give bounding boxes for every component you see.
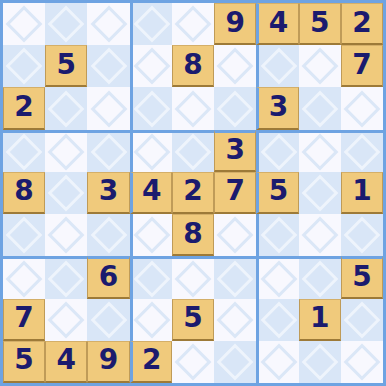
cell-r6c6[interactable] bbox=[214, 214, 256, 256]
given-digit: 5 bbox=[352, 263, 371, 293]
given-digit: 6 bbox=[99, 263, 118, 293]
cell-r3c5[interactable] bbox=[172, 87, 214, 129]
cell-r2c1[interactable] bbox=[3, 45, 45, 87]
cell-r4c1[interactable] bbox=[3, 130, 45, 172]
given-digit: 8 bbox=[14, 177, 33, 207]
diamond-icon bbox=[6, 217, 43, 254]
cell-r9c3: 9 bbox=[87, 341, 129, 383]
diamond-icon bbox=[48, 301, 85, 338]
cell-r2c6[interactable] bbox=[214, 45, 256, 87]
given-digit: 9 bbox=[225, 9, 244, 39]
diamond-icon bbox=[343, 301, 380, 338]
diamond-icon bbox=[217, 48, 254, 85]
cell-r7c6[interactable] bbox=[214, 256, 256, 298]
diamond-icon bbox=[134, 48, 171, 85]
diamond-icon bbox=[6, 134, 43, 171]
cell-r9c7[interactable] bbox=[256, 341, 298, 383]
diamond-icon bbox=[175, 90, 212, 127]
diamond-icon bbox=[175, 134, 212, 171]
diamond-icon bbox=[343, 134, 380, 171]
diamond-icon bbox=[48, 217, 85, 254]
diamond-icon bbox=[343, 343, 380, 380]
diamond-icon bbox=[6, 48, 43, 85]
cell-r9c5[interactable] bbox=[172, 341, 214, 383]
cell-r5c3: 3 bbox=[87, 172, 129, 214]
given-digit: 4 bbox=[57, 346, 76, 376]
cell-r9c6[interactable] bbox=[214, 341, 256, 383]
diamond-icon bbox=[301, 217, 338, 254]
diamond-icon bbox=[134, 217, 171, 254]
diamond-icon bbox=[261, 48, 298, 85]
diamond-icon bbox=[90, 217, 127, 254]
diamond-icon bbox=[261, 261, 298, 298]
diamond-icon bbox=[175, 343, 212, 380]
cell-r8c7[interactable] bbox=[256, 299, 298, 341]
diamond-icon bbox=[217, 217, 254, 254]
cell-r3c7: 3 bbox=[256, 87, 298, 129]
cell-r6c1[interactable] bbox=[3, 214, 45, 256]
cell-r2c9: 7 bbox=[341, 45, 383, 87]
cell-r9c2: 4 bbox=[45, 341, 87, 383]
given-digit: 2 bbox=[352, 9, 371, 39]
cell-r3c4[interactable] bbox=[130, 87, 172, 129]
cell-r8c4[interactable] bbox=[130, 299, 172, 341]
diamond-icon bbox=[134, 301, 171, 338]
cell-r6c8[interactable] bbox=[299, 214, 341, 256]
cell-r7c7[interactable] bbox=[256, 256, 298, 298]
cell-r4c7[interactable] bbox=[256, 130, 298, 172]
diamond-icon bbox=[48, 6, 85, 43]
given-digit: 5 bbox=[57, 51, 76, 81]
cell-r1c2[interactable] bbox=[45, 3, 87, 45]
sudoku-board: 945258723383427518657515492 bbox=[0, 0, 386, 386]
diamond-icon bbox=[90, 134, 127, 171]
diamond-icon bbox=[217, 343, 254, 380]
cell-r5c4: 4 bbox=[130, 172, 172, 214]
diamond-icon bbox=[175, 6, 212, 43]
given-digit: 1 bbox=[352, 177, 371, 207]
diamond-icon bbox=[6, 6, 43, 43]
given-digit: 5 bbox=[310, 9, 329, 39]
cell-r5c7: 5 bbox=[256, 172, 298, 214]
diamond-icon bbox=[6, 261, 43, 298]
given-digit: 8 bbox=[183, 51, 202, 81]
cell-r2c8[interactable] bbox=[299, 45, 341, 87]
given-digit: 2 bbox=[183, 177, 202, 207]
cell-r6c7[interactable] bbox=[256, 214, 298, 256]
diamond-icon bbox=[90, 301, 127, 338]
diamond-icon bbox=[261, 301, 298, 338]
cell-r1c3[interactable] bbox=[87, 3, 129, 45]
cell-r6c9[interactable] bbox=[341, 214, 383, 256]
diamond-icon bbox=[301, 90, 338, 127]
cell-r8c3[interactable] bbox=[87, 299, 129, 341]
diamond-icon bbox=[217, 301, 254, 338]
cell-r9c8[interactable] bbox=[299, 341, 341, 383]
cell-r5c1: 8 bbox=[3, 172, 45, 214]
cell-r7c4[interactable] bbox=[130, 256, 172, 298]
cell-r2c4[interactable] bbox=[130, 45, 172, 87]
cell-r8c9[interactable] bbox=[341, 299, 383, 341]
cell-r3c8[interactable] bbox=[299, 87, 341, 129]
given-digit: 2 bbox=[142, 346, 161, 376]
diamond-icon bbox=[301, 134, 338, 171]
diamond-icon bbox=[261, 217, 298, 254]
cell-r6c4[interactable] bbox=[130, 214, 172, 256]
cell-r9c1: 5 bbox=[3, 341, 45, 383]
cell-r7c5[interactable] bbox=[172, 256, 214, 298]
diamond-icon bbox=[134, 134, 171, 171]
cell-r7c2[interactable] bbox=[45, 256, 87, 298]
cell-r5c5: 2 bbox=[172, 172, 214, 214]
given-digit: 3 bbox=[225, 136, 244, 166]
cell-r9c9[interactable] bbox=[341, 341, 383, 383]
cell-r7c3: 6 bbox=[87, 256, 129, 298]
cell-r6c5: 8 bbox=[172, 214, 214, 256]
given-digit: 5 bbox=[183, 304, 202, 334]
cell-r7c9: 5 bbox=[341, 256, 383, 298]
cell-r1c8: 5 bbox=[299, 3, 341, 45]
cell-r7c1[interactable] bbox=[3, 256, 45, 298]
cell-r5c8[interactable] bbox=[299, 172, 341, 214]
cell-r3c6[interactable] bbox=[214, 87, 256, 129]
diamond-icon bbox=[261, 134, 298, 171]
diamond-icon bbox=[134, 90, 171, 127]
given-digit: 7 bbox=[225, 177, 244, 207]
cell-r4c6: 3 bbox=[214, 130, 256, 172]
given-digit: 4 bbox=[142, 177, 161, 207]
diamond-icon bbox=[343, 217, 380, 254]
cell-r8c8: 1 bbox=[299, 299, 341, 341]
diamond-icon bbox=[90, 48, 127, 85]
cell-r4c3[interactable] bbox=[87, 130, 129, 172]
diamond-icon bbox=[175, 261, 212, 298]
cell-r8c1: 7 bbox=[3, 299, 45, 341]
diamond-icon bbox=[301, 48, 338, 85]
cell-r2c5: 8 bbox=[172, 45, 214, 87]
given-digit: 3 bbox=[99, 177, 118, 207]
diamond-icon bbox=[343, 90, 380, 127]
given-digit: 9 bbox=[99, 346, 118, 376]
cell-r3c3[interactable] bbox=[87, 87, 129, 129]
cell-r1c5[interactable] bbox=[172, 3, 214, 45]
diamond-icon bbox=[90, 90, 127, 127]
cell-r5c6: 7 bbox=[214, 172, 256, 214]
cell-r3c2[interactable] bbox=[45, 87, 87, 129]
cell-r2c2: 5 bbox=[45, 45, 87, 87]
cell-r9c4: 2 bbox=[130, 341, 172, 383]
cell-r8c5: 5 bbox=[172, 299, 214, 341]
cell-r7c8[interactable] bbox=[299, 256, 341, 298]
cell-r8c2[interactable] bbox=[45, 299, 87, 341]
cell-r5c9: 1 bbox=[341, 172, 383, 214]
cell-r2c7[interactable] bbox=[256, 45, 298, 87]
cell-r5c2[interactable] bbox=[45, 172, 87, 214]
diamond-icon bbox=[48, 175, 85, 212]
diamond-icon bbox=[301, 343, 338, 380]
cell-r4c2[interactable] bbox=[45, 130, 87, 172]
cell-r1c1[interactable] bbox=[3, 3, 45, 45]
cell-r6c2[interactable] bbox=[45, 214, 87, 256]
cell-r4c9[interactable] bbox=[341, 130, 383, 172]
cell-r1c6: 9 bbox=[214, 3, 256, 45]
cell-r4c8[interactable] bbox=[299, 130, 341, 172]
cell-r8c6[interactable] bbox=[214, 299, 256, 341]
given-digit: 1 bbox=[310, 304, 329, 334]
diamond-icon bbox=[301, 261, 338, 298]
cell-r1c4[interactable] bbox=[130, 3, 172, 45]
diamond-icon bbox=[261, 343, 298, 380]
cell-r2c3[interactable] bbox=[87, 45, 129, 87]
given-digit: 5 bbox=[269, 177, 288, 207]
cell-r4c4[interactable] bbox=[130, 130, 172, 172]
diamond-icon bbox=[48, 134, 85, 171]
given-digit: 5 bbox=[14, 346, 33, 376]
cell-r4c5[interactable] bbox=[172, 130, 214, 172]
diamond-icon bbox=[134, 6, 171, 43]
cell-r6c3[interactable] bbox=[87, 214, 129, 256]
cell-r1c7: 4 bbox=[256, 3, 298, 45]
given-digit: 4 bbox=[269, 9, 288, 39]
cell-r3c9[interactable] bbox=[341, 87, 383, 129]
diamond-icon bbox=[217, 90, 254, 127]
diamond-icon bbox=[48, 90, 85, 127]
diamond-icon bbox=[48, 261, 85, 298]
diamond-icon bbox=[217, 261, 254, 298]
diamond-icon bbox=[134, 261, 171, 298]
given-digit: 3 bbox=[269, 93, 288, 123]
given-digit: 7 bbox=[14, 304, 33, 334]
cell-r1c9: 2 bbox=[341, 3, 383, 45]
diamond-icon bbox=[90, 6, 127, 43]
diamond-icon bbox=[301, 175, 338, 212]
given-digit: 2 bbox=[14, 93, 33, 123]
given-digit: 8 bbox=[183, 220, 202, 250]
cell-r3c1: 2 bbox=[3, 87, 45, 129]
given-digit: 7 bbox=[352, 51, 371, 81]
